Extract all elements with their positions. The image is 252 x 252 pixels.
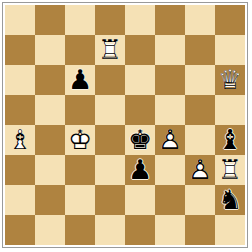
square-c5[interactable]: [65, 95, 95, 125]
piece-wP-f4[interactable]: ♟♙: [155, 125, 185, 155]
square-d2[interactable]: [95, 185, 125, 215]
piece-glyph-outline: ♙: [155, 125, 185, 155]
piece-wK-c4[interactable]: ♚♔: [65, 125, 95, 155]
square-a7[interactable]: [5, 35, 35, 65]
square-f6[interactable]: [155, 65, 185, 95]
square-e1[interactable]: [125, 215, 155, 245]
square-h5[interactable]: [215, 95, 245, 125]
square-h1[interactable]: [215, 215, 245, 245]
square-c8[interactable]: [65, 5, 95, 35]
square-d4[interactable]: [95, 125, 125, 155]
piece-glyph-fill: ♟: [125, 155, 155, 185]
square-g5[interactable]: [185, 95, 215, 125]
square-f2[interactable]: [155, 185, 185, 215]
square-f7[interactable]: [155, 35, 185, 65]
square-b7[interactable]: [35, 35, 65, 65]
square-e2[interactable]: [125, 185, 155, 215]
piece-wQ-h6[interactable]: ♛♕: [215, 65, 245, 95]
square-g1[interactable]: [185, 215, 215, 245]
square-c6[interactable]: ♟: [65, 65, 95, 95]
square-b6[interactable]: [35, 65, 65, 95]
piece-glyph-outline: ♔: [65, 125, 95, 155]
piece-glyph-fill: ♝: [215, 125, 245, 155]
square-a3[interactable]: [5, 155, 35, 185]
piece-bN-h2[interactable]: ♞: [215, 185, 245, 215]
square-d7[interactable]: ♜♖: [95, 35, 125, 65]
square-f8[interactable]: [155, 5, 185, 35]
square-g7[interactable]: [185, 35, 215, 65]
piece-wR-d7[interactable]: ♜♖: [95, 35, 125, 65]
board-frame: ♜♖♟♛♕♝♗♚♔♚♟♙♝♟♟♙♜♖♞: [2, 2, 248, 248]
square-f4[interactable]: ♟♙: [155, 125, 185, 155]
square-h3[interactable]: ♜♖: [215, 155, 245, 185]
square-a6[interactable]: [5, 65, 35, 95]
square-a8[interactable]: [5, 5, 35, 35]
square-e8[interactable]: [125, 5, 155, 35]
square-c2[interactable]: [65, 185, 95, 215]
square-a4[interactable]: ♝♗: [5, 125, 35, 155]
piece-glyph-fill: ♟: [65, 65, 95, 95]
square-e5[interactable]: [125, 95, 155, 125]
square-f1[interactable]: [155, 215, 185, 245]
square-c3[interactable]: [65, 155, 95, 185]
chess-board: ♜♖♟♛♕♝♗♚♔♚♟♙♝♟♟♙♜♖♞: [5, 5, 245, 245]
square-a5[interactable]: [5, 95, 35, 125]
square-d1[interactable]: [95, 215, 125, 245]
piece-glyph-fill: ♚: [125, 125, 155, 155]
square-a2[interactable]: [5, 185, 35, 215]
square-c7[interactable]: [65, 35, 95, 65]
square-b8[interactable]: [35, 5, 65, 35]
square-h2[interactable]: ♞: [215, 185, 245, 215]
square-d6[interactable]: [95, 65, 125, 95]
piece-glyph-outline: ♗: [5, 125, 35, 155]
square-a1[interactable]: [5, 215, 35, 245]
square-b2[interactable]: [35, 185, 65, 215]
square-g3[interactable]: ♟♙: [185, 155, 215, 185]
square-e7[interactable]: [125, 35, 155, 65]
square-h6[interactable]: ♛♕: [215, 65, 245, 95]
square-h8[interactable]: [215, 5, 245, 35]
square-g6[interactable]: [185, 65, 215, 95]
piece-glyph-outline: ♙: [185, 155, 215, 185]
piece-bP-c6[interactable]: ♟: [65, 65, 95, 95]
square-g4[interactable]: [185, 125, 215, 155]
square-b3[interactable]: [35, 155, 65, 185]
square-g8[interactable]: [185, 5, 215, 35]
square-b1[interactable]: [35, 215, 65, 245]
square-d8[interactable]: [95, 5, 125, 35]
square-e4[interactable]: ♚: [125, 125, 155, 155]
square-d3[interactable]: [95, 155, 125, 185]
square-f3[interactable]: [155, 155, 185, 185]
piece-wP-g3[interactable]: ♟♙: [185, 155, 215, 185]
square-e3[interactable]: ♟: [125, 155, 155, 185]
piece-wR-h3[interactable]: ♜♖: [215, 155, 245, 185]
piece-wB-a4[interactable]: ♝♗: [5, 125, 35, 155]
square-h4[interactable]: ♝: [215, 125, 245, 155]
square-d5[interactable]: [95, 95, 125, 125]
piece-glyph-outline: ♖: [215, 155, 245, 185]
square-c1[interactable]: [65, 215, 95, 245]
piece-bP-e3[interactable]: ♟: [125, 155, 155, 185]
piece-glyph-outline: ♕: [215, 65, 245, 95]
square-h7[interactable]: [215, 35, 245, 65]
square-b5[interactable]: [35, 95, 65, 125]
piece-glyph-outline: ♖: [95, 35, 125, 65]
square-b4[interactable]: [35, 125, 65, 155]
square-e6[interactable]: [125, 65, 155, 95]
piece-glyph-fill: ♞: [215, 185, 245, 215]
piece-bK-e4[interactable]: ♚: [125, 125, 155, 155]
square-f5[interactable]: [155, 95, 185, 125]
square-g2[interactable]: [185, 185, 215, 215]
square-c4[interactable]: ♚♔: [65, 125, 95, 155]
piece-bB-h4[interactable]: ♝: [215, 125, 245, 155]
